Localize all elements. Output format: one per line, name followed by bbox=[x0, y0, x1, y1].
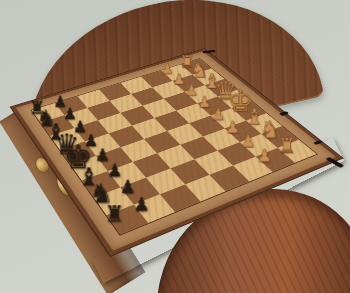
square-a5[interactable] bbox=[99, 83, 131, 101]
white-knight[interactable]: ♞ bbox=[188, 60, 211, 81]
square-d3[interactable] bbox=[176, 103, 211, 123]
square-b5[interactable] bbox=[110, 94, 143, 113]
white-queen[interactable]: ♛ bbox=[213, 78, 237, 103]
square-d4[interactable] bbox=[154, 111, 189, 131]
square-b2[interactable]: ♟ bbox=[173, 75, 205, 92]
square-a4[interactable] bbox=[120, 77, 152, 94]
square-a6[interactable] bbox=[77, 89, 109, 107]
board-hinge-icon bbox=[279, 111, 289, 116]
square-c3[interactable] bbox=[164, 92, 197, 111]
photo-scene: ♜♞♝♛♚♝♞♜♟♟♟♟♟♟♟♟♟♟♟♟♟♟♟♟♜♞♝♛♚♝♞♜ bbox=[0, 0, 350, 293]
square-b3[interactable] bbox=[152, 81, 184, 99]
white-pawn[interactable]: ♟ bbox=[251, 148, 279, 165]
square-a1[interactable]: ♜ bbox=[181, 59, 212, 75]
white-pawn[interactable]: ♟ bbox=[167, 72, 191, 86]
white-pawn[interactable]: ♟ bbox=[179, 83, 203, 98]
square-b6[interactable] bbox=[87, 101, 120, 120]
square-c6[interactable] bbox=[98, 113, 132, 134]
black-pawn[interactable]: ♟ bbox=[48, 94, 73, 109]
square-b4[interactable] bbox=[131, 87, 164, 105]
square-b1[interactable]: ♞ bbox=[192, 69, 224, 86]
square-d1[interactable]: ♛ bbox=[218, 90, 252, 109]
square-a7[interactable]: ♟ bbox=[55, 96, 87, 115]
square-a3[interactable] bbox=[141, 71, 172, 88]
square-c5[interactable] bbox=[120, 106, 154, 126]
board-squares: ♜♞♝♛♚♝♞♜♟♟♟♟♟♟♟♟♟♟♟♟♟♟♟♟♜♞♝♛♚♝♞♜ bbox=[32, 59, 317, 235]
square-d2[interactable]: ♟ bbox=[197, 97, 231, 116]
square-c1[interactable]: ♝ bbox=[205, 79, 238, 97]
white-pawn[interactable]: ♟ bbox=[156, 62, 179, 76]
board-clasp-icon bbox=[202, 50, 215, 53]
white-pawn[interactable]: ♟ bbox=[192, 95, 217, 110]
square-c4[interactable] bbox=[142, 99, 176, 118]
square-c2[interactable]: ♟ bbox=[185, 85, 218, 103]
black-pawn[interactable]: ♟ bbox=[126, 196, 156, 215]
black-rook[interactable]: ♜ bbox=[99, 203, 130, 226]
board-hinge-icon bbox=[313, 140, 322, 145]
square-a2[interactable]: ♟ bbox=[161, 65, 192, 81]
chessboard-perspective-wrapper: ♜♞♝♛♚♝♞♜♟♟♟♟♟♟♟♟♟♟♟♟♟♟♟♟♜♞♝♛♚♝♞♜ bbox=[27, 0, 307, 271]
white-rook[interactable]: ♜ bbox=[176, 54, 199, 71]
white-bishop[interactable]: ♝ bbox=[200, 71, 224, 91]
white-king[interactable]: ♚ bbox=[227, 87, 252, 116]
